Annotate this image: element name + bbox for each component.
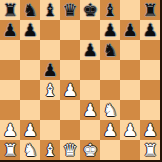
square-a3[interactable] — [0, 100, 20, 120]
square-e4[interactable] — [80, 80, 100, 100]
white-king-icon[interactable]: ♚ — [82, 140, 97, 160]
white-pawn-icon[interactable]: ♟ — [122, 120, 137, 140]
square-f1[interactable] — [100, 140, 120, 160]
square-e6[interactable]: ♟ — [80, 40, 100, 60]
square-e5[interactable] — [80, 60, 100, 80]
square-c8[interactable]: ♝ — [40, 0, 60, 20]
square-d5[interactable] — [60, 60, 80, 80]
white-pawn-icon[interactable]: ♟ — [22, 120, 37, 140]
square-f4[interactable] — [100, 80, 120, 100]
square-f7[interactable]: ♟ — [100, 20, 120, 40]
white-pawn-icon[interactable]: ♟ — [2, 120, 17, 140]
square-g8[interactable] — [120, 0, 140, 20]
square-b8[interactable]: ♞ — [20, 0, 40, 20]
square-c4[interactable]: ♝ — [40, 80, 60, 100]
square-h2[interactable]: ♟ — [140, 120, 160, 140]
square-f3[interactable]: ♞ — [100, 100, 120, 120]
square-d1[interactable]: ♛ — [60, 140, 80, 160]
square-e2[interactable] — [80, 120, 100, 140]
white-pawn-icon[interactable]: ♟ — [142, 120, 157, 140]
square-c2[interactable] — [40, 120, 60, 140]
square-a7[interactable]: ♟ — [0, 20, 20, 40]
square-b7[interactable]: ♟ — [20, 20, 40, 40]
square-d2[interactable] — [60, 120, 80, 140]
square-e1[interactable]: ♚ — [80, 140, 100, 160]
square-c6[interactable] — [40, 40, 60, 60]
white-queen-icon[interactable]: ♛ — [62, 140, 77, 160]
square-h5[interactable] — [140, 60, 160, 80]
square-h3[interactable] — [140, 100, 160, 120]
white-rook-icon[interactable]: ♜ — [142, 140, 157, 160]
black-rook-icon[interactable]: ♜ — [142, 0, 157, 20]
square-g1[interactable] — [120, 140, 140, 160]
square-a1[interactable]: ♜ — [0, 140, 20, 160]
square-b5[interactable] — [20, 60, 40, 80]
square-e3[interactable]: ♟ — [80, 100, 100, 120]
square-b3[interactable] — [20, 100, 40, 120]
square-a5[interactable] — [0, 60, 20, 80]
square-g2[interactable]: ♟ — [120, 120, 140, 140]
black-pawn-icon[interactable]: ♟ — [142, 20, 157, 40]
square-c7[interactable] — [40, 20, 60, 40]
square-h7[interactable]: ♟ — [140, 20, 160, 40]
black-pawn-icon[interactable]: ♟ — [2, 20, 17, 40]
square-c5[interactable]: ♟ — [40, 60, 60, 80]
black-knight-icon[interactable]: ♞ — [22, 0, 37, 20]
square-b2[interactable]: ♟ — [20, 120, 40, 140]
square-e8[interactable]: ♚ — [80, 0, 100, 20]
square-d3[interactable] — [60, 100, 80, 120]
square-d8[interactable]: ♛ — [60, 0, 80, 20]
square-a6[interactable] — [0, 40, 20, 60]
black-pawn-icon[interactable]: ♟ — [102, 20, 117, 40]
black-bishop-icon[interactable]: ♝ — [42, 0, 57, 20]
square-c3[interactable] — [40, 100, 60, 120]
white-pawn-icon[interactable]: ♟ — [62, 80, 77, 100]
square-b4[interactable] — [20, 80, 40, 100]
white-bishop-icon[interactable]: ♝ — [42, 80, 57, 100]
white-pawn-icon[interactable]: ♟ — [102, 120, 117, 140]
square-c1[interactable]: ♝ — [40, 140, 60, 160]
square-h1[interactable]: ♜ — [140, 140, 160, 160]
white-pawn-icon[interactable]: ♟ — [82, 100, 97, 120]
square-e7[interactable] — [80, 20, 100, 40]
square-g5[interactable] — [120, 60, 140, 80]
white-knight-icon[interactable]: ♞ — [22, 140, 37, 160]
chess-board: ♜♞♝♛♚♝♜♟♟♟♟♟♟♞♟♝♟♟♞♟♟♟♟♟♜♞♝♛♚♜ — [0, 0, 162, 162]
black-bishop-icon[interactable]: ♝ — [102, 0, 117, 20]
square-b6[interactable] — [20, 40, 40, 60]
white-rook-icon[interactable]: ♜ — [2, 140, 17, 160]
black-pawn-icon[interactable]: ♟ — [122, 20, 137, 40]
square-a8[interactable]: ♜ — [0, 0, 20, 20]
square-a4[interactable] — [0, 80, 20, 100]
black-pawn-icon[interactable]: ♟ — [42, 60, 57, 80]
black-pawn-icon[interactable]: ♟ — [82, 40, 97, 60]
black-king-icon[interactable]: ♚ — [82, 0, 97, 20]
square-h8[interactable]: ♜ — [140, 0, 160, 20]
square-f5[interactable] — [100, 60, 120, 80]
black-knight-icon[interactable]: ♞ — [102, 40, 117, 60]
square-g4[interactable] — [120, 80, 140, 100]
square-b1[interactable]: ♞ — [20, 140, 40, 160]
square-g7[interactable]: ♟ — [120, 20, 140, 40]
square-f6[interactable]: ♞ — [100, 40, 120, 60]
square-f8[interactable]: ♝ — [100, 0, 120, 20]
square-g3[interactable] — [120, 100, 140, 120]
square-a2[interactable]: ♟ — [0, 120, 20, 140]
black-pawn-icon[interactable]: ♟ — [22, 20, 37, 40]
square-d6[interactable] — [60, 40, 80, 60]
square-h4[interactable] — [140, 80, 160, 100]
square-f2[interactable]: ♟ — [100, 120, 120, 140]
white-bishop-icon[interactable]: ♝ — [42, 140, 57, 160]
black-queen-icon[interactable]: ♛ — [62, 0, 77, 20]
square-d7[interactable] — [60, 20, 80, 40]
square-h6[interactable] — [140, 40, 160, 60]
black-rook-icon[interactable]: ♜ — [2, 0, 17, 20]
square-d4[interactable]: ♟ — [60, 80, 80, 100]
square-g6[interactable] — [120, 40, 140, 60]
white-knight-icon[interactable]: ♞ — [102, 100, 117, 120]
